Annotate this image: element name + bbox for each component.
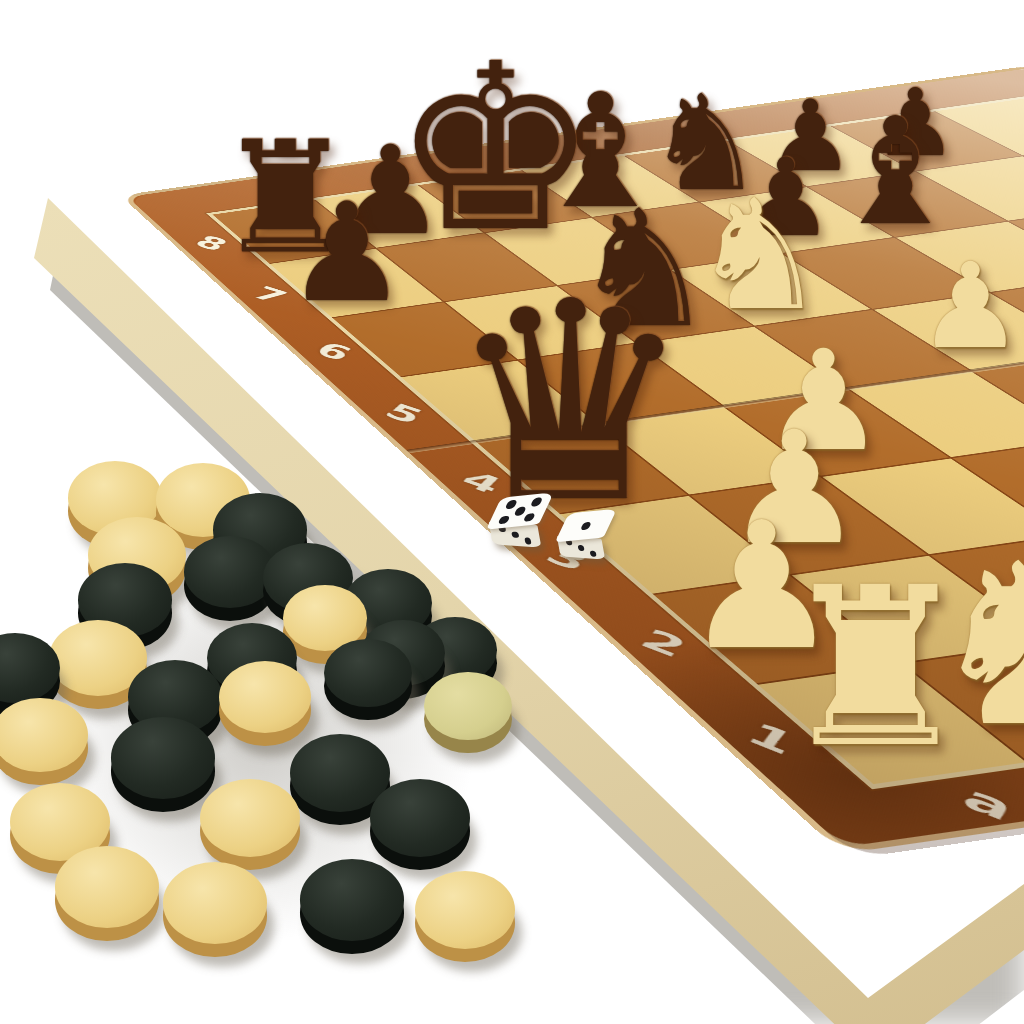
black-queen-a4[interactable]: ♛	[447, 265, 694, 540]
checker-disc-black[interactable]	[324, 639, 412, 721]
checker-disc-cream[interactable]	[200, 779, 300, 870]
checker-disc-cream[interactable]	[415, 871, 515, 962]
die-2-showing-1[interactable]	[563, 511, 609, 557]
checker-disc-creamgreen[interactable]	[424, 672, 512, 754]
white-rook-a1[interactable]: ♜	[777, 559, 974, 779]
black-bishop-f7[interactable]: ♝	[829, 98, 962, 246]
checker-disc-cream[interactable]	[55, 846, 159, 940]
white-pawn-e5[interactable]: ♟	[917, 247, 1023, 365]
rank-label-5: 5	[377, 398, 430, 428]
die-1-showing-5[interactable]	[495, 495, 545, 545]
checker-disc-black[interactable]	[300, 859, 404, 953]
checker-disc-black[interactable]	[370, 779, 470, 870]
checker-disc-cream[interactable]	[163, 862, 267, 956]
checker-disc-cream[interactable]	[0, 698, 88, 786]
product-photo-stage: 87654321 abcdefgh ♜♟♚♝♞♟♟♟♟♝♞♛♞♟♟♟♟♟♜♞	[0, 0, 1024, 1024]
black-pawn-a7[interactable]: ♟	[286, 185, 408, 321]
rank-label-6: 6	[308, 337, 358, 365]
